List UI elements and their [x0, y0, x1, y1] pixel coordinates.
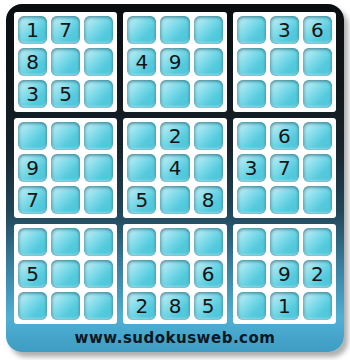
cell-r9c1[interactable]: [18, 292, 47, 320]
cell-r9c4[interactable]: 2: [127, 292, 156, 320]
cell-r8c6[interactable]: 6: [194, 260, 223, 288]
cell-r4c1[interactable]: [18, 122, 47, 150]
cell-r3c7[interactable]: [237, 80, 266, 108]
cell-r6c3[interactable]: [84, 186, 113, 214]
cell-r9c7[interactable]: [237, 292, 266, 320]
cell-r2c2[interactable]: [51, 48, 80, 76]
cell-r5c4[interactable]: [127, 154, 156, 182]
cell-r9c3[interactable]: [84, 292, 113, 320]
cell-r1c9[interactable]: 6: [303, 16, 332, 44]
block-r3c2: 6285: [123, 224, 226, 324]
cell-r5c9[interactable]: [303, 154, 332, 182]
block-r3c3: 921: [233, 224, 336, 324]
cell-r1c1[interactable]: 1: [18, 16, 47, 44]
cell-r6c2[interactable]: [51, 186, 80, 214]
cell-r6c5[interactable]: [160, 186, 189, 214]
cell-r3c9[interactable]: [303, 80, 332, 108]
cell-r7c2[interactable]: [51, 228, 80, 256]
sudoku-grid: 17835 49 36 97 2458 637 5 6285 921: [14, 12, 336, 324]
cell-r6c1[interactable]: 7: [18, 186, 47, 214]
cell-r2c5[interactable]: 9: [160, 48, 189, 76]
block-r2c1: 97: [14, 118, 117, 218]
cell-r1c2[interactable]: 7: [51, 16, 80, 44]
cell-r6c9[interactable]: [303, 186, 332, 214]
cell-r7c5[interactable]: [160, 228, 189, 256]
cell-r8c4[interactable]: [127, 260, 156, 288]
cell-r1c8[interactable]: 3: [270, 16, 299, 44]
cell-r2c7[interactable]: [237, 48, 266, 76]
cell-r1c3[interactable]: [84, 16, 113, 44]
cell-r8c9[interactable]: 2: [303, 260, 332, 288]
cell-r6c7[interactable]: [237, 186, 266, 214]
block-r1c2: 49: [123, 12, 226, 112]
cell-r8c7[interactable]: [237, 260, 266, 288]
cell-r4c4[interactable]: [127, 122, 156, 150]
cell-r5c1[interactable]: 9: [18, 154, 47, 182]
cell-r7c4[interactable]: [127, 228, 156, 256]
cell-r9c9[interactable]: [303, 292, 332, 320]
cell-r8c3[interactable]: [84, 260, 113, 288]
cell-r3c6[interactable]: [194, 80, 223, 108]
cell-r3c5[interactable]: [160, 80, 189, 108]
cell-r3c8[interactable]: [270, 80, 299, 108]
cell-r3c1[interactable]: 3: [18, 80, 47, 108]
cell-r6c4[interactable]: 5: [127, 186, 156, 214]
cell-r4c7[interactable]: [237, 122, 266, 150]
block-r2c3: 637: [233, 118, 336, 218]
block-r1c3: 36: [233, 12, 336, 112]
block-r2c2: 2458: [123, 118, 226, 218]
cell-r7c8[interactable]: [270, 228, 299, 256]
cell-r5c3[interactable]: [84, 154, 113, 182]
cell-r9c8[interactable]: 1: [270, 292, 299, 320]
cell-r4c9[interactable]: [303, 122, 332, 150]
cell-r7c3[interactable]: [84, 228, 113, 256]
cell-r8c8[interactable]: 9: [270, 260, 299, 288]
cell-r2c6[interactable]: [194, 48, 223, 76]
footer-bar: www.sudokusweb.com: [14, 324, 336, 351]
cell-r2c1[interactable]: 8: [18, 48, 47, 76]
cell-r3c3[interactable]: [84, 80, 113, 108]
cell-r6c8[interactable]: [270, 186, 299, 214]
cell-r4c2[interactable]: [51, 122, 80, 150]
cell-r2c8[interactable]: [270, 48, 299, 76]
cell-r7c1[interactable]: [18, 228, 47, 256]
cell-r4c5[interactable]: 2: [160, 122, 189, 150]
cell-r2c3[interactable]: [84, 48, 113, 76]
block-r1c1: 17835: [14, 12, 117, 112]
cell-r2c9[interactable]: [303, 48, 332, 76]
cell-r5c2[interactable]: [51, 154, 80, 182]
cell-r6c6[interactable]: 8: [194, 186, 223, 214]
cell-r3c4[interactable]: [127, 80, 156, 108]
cell-r1c4[interactable]: [127, 16, 156, 44]
block-r3c1: 5: [14, 224, 117, 324]
cell-r9c2[interactable]: [51, 292, 80, 320]
cell-r1c5[interactable]: [160, 16, 189, 44]
cell-r5c6[interactable]: [194, 154, 223, 182]
cell-r5c8[interactable]: 7: [270, 154, 299, 182]
page-background: 17835 49 36 97 2458 637 5 6285 921 www.s…: [0, 0, 350, 360]
cell-r5c7[interactable]: 3: [237, 154, 266, 182]
cell-r9c6[interactable]: 5: [194, 292, 223, 320]
cell-r2c4[interactable]: 4: [127, 48, 156, 76]
cell-r7c7[interactable]: [237, 228, 266, 256]
cell-r8c1[interactable]: 5: [18, 260, 47, 288]
cell-r4c6[interactable]: [194, 122, 223, 150]
cell-r8c2[interactable]: [51, 260, 80, 288]
cell-r1c6[interactable]: [194, 16, 223, 44]
cell-r3c2[interactable]: 5: [51, 80, 80, 108]
cell-r4c3[interactable]: [84, 122, 113, 150]
cell-r7c6[interactable]: [194, 228, 223, 256]
cell-r1c7[interactable]: [237, 16, 266, 44]
cell-r9c5[interactable]: 8: [160, 292, 189, 320]
cell-r4c8[interactable]: 6: [270, 122, 299, 150]
website-link[interactable]: www.sudokusweb.com: [75, 329, 276, 347]
cell-r7c9[interactable]: [303, 228, 332, 256]
cell-r8c5[interactable]: [160, 260, 189, 288]
sudoku-board-frame: 17835 49 36 97 2458 637 5 6285 921 www.s…: [6, 4, 344, 352]
cell-r5c5[interactable]: 4: [160, 154, 189, 182]
